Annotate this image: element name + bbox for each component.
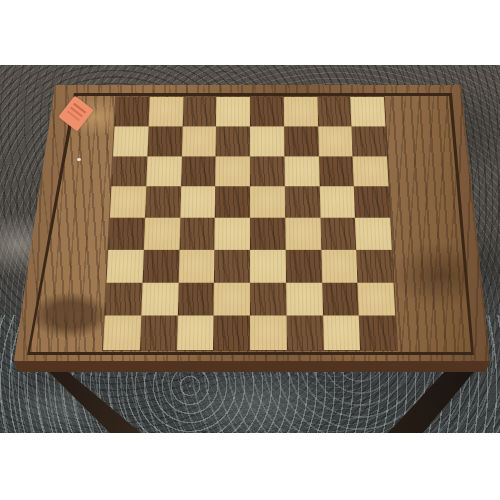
board-square bbox=[145, 187, 181, 218]
letterbox-bottom bbox=[0, 433, 500, 500]
board-square bbox=[317, 97, 352, 126]
board-square bbox=[358, 282, 396, 315]
board-square bbox=[108, 218, 145, 250]
board-square bbox=[286, 282, 323, 315]
board-square bbox=[147, 126, 182, 156]
board-square bbox=[250, 126, 284, 156]
screenshot-frame bbox=[0, 0, 500, 500]
board-square bbox=[113, 126, 148, 156]
board-square bbox=[353, 156, 389, 186]
board-square bbox=[354, 187, 390, 218]
board-square bbox=[141, 282, 178, 315]
board-square bbox=[320, 218, 356, 250]
board-square bbox=[180, 187, 215, 218]
paint-speck bbox=[77, 158, 81, 161]
board-square bbox=[284, 156, 319, 186]
board-square bbox=[148, 97, 183, 126]
board-square bbox=[359, 316, 397, 350]
board-square bbox=[144, 218, 180, 250]
board-square bbox=[286, 316, 323, 350]
board-square bbox=[213, 316, 250, 350]
board-square bbox=[283, 97, 317, 126]
board-square bbox=[355, 218, 392, 250]
board-square bbox=[250, 282, 286, 315]
chessboard-perspective-wrap bbox=[103, 97, 397, 350]
board-square bbox=[140, 316, 178, 350]
board-square bbox=[215, 156, 250, 186]
board-square bbox=[350, 97, 385, 126]
board-square bbox=[214, 250, 250, 283]
board-square bbox=[182, 97, 216, 126]
board-square bbox=[177, 282, 214, 315]
board-square bbox=[142, 250, 179, 283]
photo-of-chess-table bbox=[0, 65, 500, 433]
letterbox-top bbox=[0, 0, 500, 65]
board-square bbox=[106, 250, 143, 283]
board-square bbox=[319, 156, 354, 186]
board-square bbox=[250, 250, 286, 283]
board-square bbox=[319, 187, 355, 218]
board-square bbox=[250, 316, 287, 350]
board-square bbox=[285, 218, 321, 250]
board-square bbox=[352, 126, 387, 156]
board-square bbox=[103, 316, 141, 350]
board-square bbox=[250, 97, 284, 126]
board-square bbox=[250, 156, 285, 186]
board-square bbox=[214, 282, 250, 315]
board-square bbox=[216, 126, 250, 156]
board-square bbox=[285, 250, 321, 283]
board-square bbox=[284, 126, 319, 156]
chessboard bbox=[103, 97, 397, 350]
board-square bbox=[115, 97, 150, 126]
board-square bbox=[285, 187, 320, 218]
board-square bbox=[322, 282, 359, 315]
board-square bbox=[215, 218, 250, 250]
board-square bbox=[146, 156, 181, 186]
board-square bbox=[318, 126, 353, 156]
board-square bbox=[177, 316, 214, 350]
board-square bbox=[181, 126, 216, 156]
board-square bbox=[356, 250, 393, 283]
board-square bbox=[179, 218, 215, 250]
board-square bbox=[181, 156, 216, 186]
board-square bbox=[215, 187, 250, 218]
board-square bbox=[216, 97, 250, 126]
board-square bbox=[111, 156, 147, 186]
board-square bbox=[110, 187, 146, 218]
board-square bbox=[178, 250, 214, 283]
board-square bbox=[250, 187, 285, 218]
board-square bbox=[321, 250, 358, 283]
board-square bbox=[105, 282, 143, 315]
board-square bbox=[250, 218, 285, 250]
board-square bbox=[323, 316, 361, 350]
